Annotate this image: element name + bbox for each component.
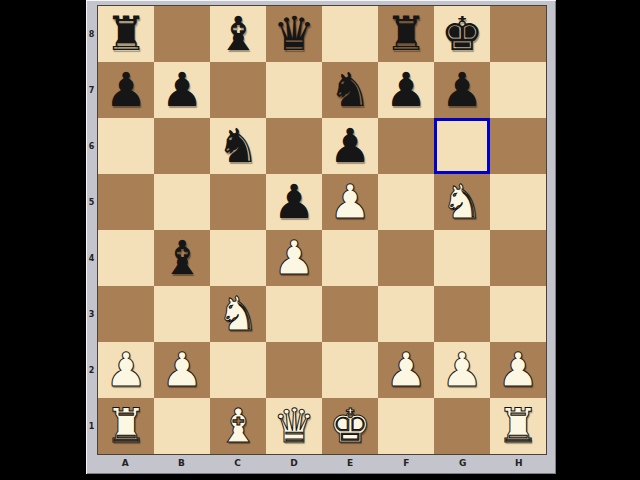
square-a6[interactable] bbox=[98, 118, 154, 174]
square-e6[interactable]: ♟ bbox=[322, 118, 378, 174]
square-c8[interactable]: ♝ bbox=[210, 6, 266, 62]
square-e1[interactable]: ♚ bbox=[322, 398, 378, 454]
square-g3[interactable] bbox=[434, 286, 490, 342]
square-e3[interactable] bbox=[322, 286, 378, 342]
square-b3[interactable] bbox=[154, 286, 210, 342]
square-d6[interactable] bbox=[266, 118, 322, 174]
square-f1[interactable] bbox=[378, 398, 434, 454]
file-label-c: C bbox=[210, 455, 266, 471]
square-f4[interactable] bbox=[378, 230, 434, 286]
square-a5[interactable] bbox=[98, 174, 154, 230]
square-f7[interactable]: ♟ bbox=[378, 62, 434, 118]
square-b4[interactable]: ♝ bbox=[154, 230, 210, 286]
piece-white-pawn[interactable]: ♟ bbox=[441, 342, 483, 398]
rank-labels: 87654321 bbox=[86, 6, 97, 454]
square-a8[interactable]: ♜ bbox=[98, 6, 154, 62]
piece-black-bishop[interactable]: ♝ bbox=[161, 230, 203, 286]
square-c3[interactable]: ♞ bbox=[210, 286, 266, 342]
rank-label-8: 8 bbox=[86, 6, 97, 62]
file-label-e: E bbox=[322, 455, 378, 471]
piece-white-rook[interactable]: ♜ bbox=[105, 398, 147, 454]
square-h4[interactable] bbox=[490, 230, 546, 286]
piece-white-pawn[interactable]: ♟ bbox=[273, 230, 315, 286]
piece-black-knight[interactable]: ♞ bbox=[329, 62, 371, 118]
piece-white-bishop[interactable]: ♝ bbox=[217, 398, 259, 454]
piece-white-pawn[interactable]: ♟ bbox=[161, 342, 203, 398]
piece-white-queen[interactable]: ♛ bbox=[273, 398, 315, 454]
rank-label-7: 7 bbox=[86, 62, 97, 118]
square-b7[interactable]: ♟ bbox=[154, 62, 210, 118]
square-h1[interactable]: ♜ bbox=[490, 398, 546, 454]
piece-black-pawn[interactable]: ♟ bbox=[385, 62, 427, 118]
chess-board[interactable]: ♜♝♛♜♚♟♟♞♟♟♞♟♟♟♞♝♟♞♟♟♟♟♟♜♝♛♚♜ bbox=[97, 5, 547, 455]
rank-label-4: 4 bbox=[86, 230, 97, 286]
square-c6[interactable]: ♞ bbox=[210, 118, 266, 174]
piece-white-king[interactable]: ♚ bbox=[329, 398, 371, 454]
piece-black-pawn[interactable]: ♟ bbox=[105, 62, 147, 118]
square-a4[interactable] bbox=[98, 230, 154, 286]
piece-black-rook[interactable]: ♜ bbox=[385, 6, 427, 62]
piece-black-pawn[interactable]: ♟ bbox=[329, 118, 371, 174]
square-f8[interactable]: ♜ bbox=[378, 6, 434, 62]
square-f6[interactable] bbox=[378, 118, 434, 174]
rank-label-1: 1 bbox=[86, 398, 97, 454]
square-g1[interactable] bbox=[434, 398, 490, 454]
rank-label-2: 2 bbox=[86, 342, 97, 398]
piece-black-rook[interactable]: ♜ bbox=[105, 6, 147, 62]
file-labels: ABCDEFGH bbox=[97, 455, 547, 471]
piece-white-pawn[interactable]: ♟ bbox=[497, 342, 539, 398]
piece-black-knight[interactable]: ♞ bbox=[217, 118, 259, 174]
square-b8[interactable] bbox=[154, 6, 210, 62]
square-g4[interactable] bbox=[434, 230, 490, 286]
square-e2[interactable] bbox=[322, 342, 378, 398]
square-c4[interactable] bbox=[210, 230, 266, 286]
square-b1[interactable] bbox=[154, 398, 210, 454]
square-c1[interactable]: ♝ bbox=[210, 398, 266, 454]
square-e4[interactable] bbox=[322, 230, 378, 286]
square-b5[interactable] bbox=[154, 174, 210, 230]
square-g5[interactable]: ♞ bbox=[434, 174, 490, 230]
piece-white-pawn[interactable]: ♟ bbox=[329, 174, 371, 230]
piece-white-pawn[interactable]: ♟ bbox=[385, 342, 427, 398]
square-h3[interactable] bbox=[490, 286, 546, 342]
square-g8[interactable]: ♚ bbox=[434, 6, 490, 62]
square-a1[interactable]: ♜ bbox=[98, 398, 154, 454]
square-c5[interactable] bbox=[210, 174, 266, 230]
piece-black-pawn[interactable]: ♟ bbox=[161, 62, 203, 118]
rank-label-6: 6 bbox=[86, 118, 97, 174]
square-d7[interactable] bbox=[266, 62, 322, 118]
square-d5[interactable]: ♟ bbox=[266, 174, 322, 230]
square-h7[interactable] bbox=[490, 62, 546, 118]
square-g7[interactable]: ♟ bbox=[434, 62, 490, 118]
square-g6[interactable] bbox=[434, 118, 490, 174]
square-d4[interactable]: ♟ bbox=[266, 230, 322, 286]
rank-label-3: 3 bbox=[86, 286, 97, 342]
square-e5[interactable]: ♟ bbox=[322, 174, 378, 230]
square-c7[interactable] bbox=[210, 62, 266, 118]
square-f2[interactable]: ♟ bbox=[378, 342, 434, 398]
square-f3[interactable] bbox=[378, 286, 434, 342]
square-h6[interactable] bbox=[490, 118, 546, 174]
square-h5[interactable] bbox=[490, 174, 546, 230]
file-label-h: H bbox=[491, 455, 547, 471]
file-label-f: F bbox=[378, 455, 434, 471]
square-e8[interactable] bbox=[322, 6, 378, 62]
square-d2[interactable] bbox=[266, 342, 322, 398]
file-label-a: A bbox=[97, 455, 153, 471]
piece-white-rook[interactable]: ♜ bbox=[497, 398, 539, 454]
square-e7[interactable]: ♞ bbox=[322, 62, 378, 118]
square-b2[interactable]: ♟ bbox=[154, 342, 210, 398]
square-a2[interactable]: ♟ bbox=[98, 342, 154, 398]
square-d1[interactable]: ♛ bbox=[266, 398, 322, 454]
file-label-b: B bbox=[153, 455, 209, 471]
square-f5[interactable] bbox=[378, 174, 434, 230]
piece-white-knight[interactable]: ♞ bbox=[441, 174, 483, 230]
file-label-d: D bbox=[266, 455, 322, 471]
board-frame: 87654321 ♜♝♛♜♚♟♟♞♟♟♞♟♟♟♞♝♟♞♟♟♟♟♟♜♝♛♚♜ AB… bbox=[86, 0, 556, 474]
square-g2[interactable]: ♟ bbox=[434, 342, 490, 398]
rank-label-5: 5 bbox=[86, 174, 97, 230]
piece-black-pawn[interactable]: ♟ bbox=[441, 62, 483, 118]
square-b6[interactable] bbox=[154, 118, 210, 174]
piece-black-queen[interactable]: ♛ bbox=[273, 6, 315, 62]
letterboxed-stage: 87654321 ♜♝♛♜♚♟♟♞♟♟♞♟♟♟♞♝♟♞♟♟♟♟♟♜♝♛♚♜ AB… bbox=[0, 0, 640, 480]
square-d8[interactable]: ♛ bbox=[266, 6, 322, 62]
piece-white-knight[interactable]: ♞ bbox=[217, 286, 259, 342]
square-d3[interactable] bbox=[266, 286, 322, 342]
square-a7[interactable]: ♟ bbox=[98, 62, 154, 118]
piece-black-pawn[interactable]: ♟ bbox=[273, 174, 315, 230]
square-h2[interactable]: ♟ bbox=[490, 342, 546, 398]
square-c2[interactable] bbox=[210, 342, 266, 398]
file-label-g: G bbox=[435, 455, 491, 471]
piece-white-pawn[interactable]: ♟ bbox=[105, 342, 147, 398]
square-h8[interactable] bbox=[490, 6, 546, 62]
piece-black-king[interactable]: ♚ bbox=[441, 6, 483, 62]
square-a3[interactable] bbox=[98, 286, 154, 342]
piece-black-bishop[interactable]: ♝ bbox=[217, 6, 259, 62]
